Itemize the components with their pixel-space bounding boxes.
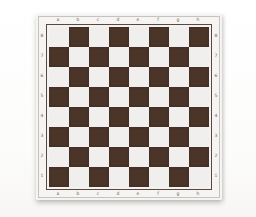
rank-label-3: 3 [213, 126, 219, 146]
square-d7[interactable] [109, 47, 129, 67]
square-g3[interactable] [169, 127, 189, 147]
square-b5[interactable] [69, 87, 89, 107]
file-label-f: f [148, 191, 168, 197]
square-f2[interactable] [149, 147, 169, 167]
square-d5[interactable] [109, 87, 129, 107]
square-d4[interactable] [109, 107, 129, 127]
rank-label-7: 7 [39, 46, 45, 66]
square-a3[interactable] [49, 127, 69, 147]
square-f3[interactable] [149, 127, 169, 147]
file-label-e: e [128, 17, 148, 23]
file-labels-top: abcdefgh [48, 17, 208, 23]
square-b7[interactable] [69, 47, 89, 67]
square-h4[interactable] [189, 107, 209, 127]
square-a8[interactable] [49, 27, 69, 47]
square-b4[interactable] [69, 107, 89, 127]
square-a2[interactable] [49, 147, 69, 167]
square-h2[interactable] [189, 147, 209, 167]
square-e5[interactable] [129, 87, 149, 107]
rank-label-8: 8 [39, 26, 45, 46]
file-label-d: d [108, 17, 128, 23]
square-d3[interactable] [109, 127, 129, 147]
file-label-h: h [188, 191, 208, 197]
file-label-b: b [68, 17, 88, 23]
square-f7[interactable] [149, 47, 169, 67]
rank-label-7: 7 [213, 46, 219, 66]
square-b2[interactable] [69, 147, 89, 167]
rank-label-2: 2 [213, 146, 219, 166]
square-c3[interactable] [89, 127, 109, 147]
file-label-d: d [108, 191, 128, 197]
squares-grid [49, 27, 209, 187]
square-h3[interactable] [189, 127, 209, 147]
square-d6[interactable] [109, 67, 129, 87]
square-e8[interactable] [129, 27, 149, 47]
square-f5[interactable] [149, 87, 169, 107]
file-label-a: a [48, 17, 68, 23]
square-f4[interactable] [149, 107, 169, 127]
square-a1[interactable] [49, 167, 69, 187]
file-label-b: b [68, 191, 88, 197]
rank-label-1: 1 [213, 166, 219, 186]
rank-labels-left: 87654321 [39, 26, 45, 186]
square-f1[interactable] [149, 167, 169, 187]
playing-field-frame [46, 24, 212, 190]
square-g1[interactable] [169, 167, 189, 187]
square-g7[interactable] [169, 47, 189, 67]
square-b6[interactable] [69, 67, 89, 87]
square-c2[interactable] [89, 147, 109, 167]
square-e6[interactable] [129, 67, 149, 87]
rank-label-5: 5 [213, 86, 219, 106]
product-photo: abcdefgh abcdefgh 87654321 87654321 [0, 0, 256, 217]
file-labels-bottom: abcdefgh [48, 191, 208, 197]
file-label-g: g [168, 191, 188, 197]
square-g5[interactable] [169, 87, 189, 107]
rank-label-2: 2 [39, 146, 45, 166]
square-d1[interactable] [109, 167, 129, 187]
square-g8[interactable] [169, 27, 189, 47]
file-label-c: c [88, 191, 108, 197]
square-c1[interactable] [89, 167, 109, 187]
square-c8[interactable] [89, 27, 109, 47]
square-e3[interactable] [129, 127, 149, 147]
rank-label-4: 4 [39, 106, 45, 126]
file-label-g: g [168, 17, 188, 23]
file-label-h: h [188, 17, 208, 23]
square-a4[interactable] [49, 107, 69, 127]
rank-label-1: 1 [39, 166, 45, 186]
rank-label-4: 4 [213, 106, 219, 126]
file-label-f: f [148, 17, 168, 23]
square-g4[interactable] [169, 107, 189, 127]
square-a7[interactable] [49, 47, 69, 67]
square-e4[interactable] [129, 107, 149, 127]
file-label-c: c [88, 17, 108, 23]
square-a6[interactable] [49, 67, 69, 87]
square-c4[interactable] [89, 107, 109, 127]
square-c6[interactable] [89, 67, 109, 87]
square-h6[interactable] [189, 67, 209, 87]
square-c7[interactable] [89, 47, 109, 67]
square-a5[interactable] [49, 87, 69, 107]
square-d8[interactable] [109, 27, 129, 47]
square-e7[interactable] [129, 47, 149, 67]
rank-label-3: 3 [39, 126, 45, 146]
square-h5[interactable] [189, 87, 209, 107]
square-e1[interactable] [129, 167, 149, 187]
square-f8[interactable] [149, 27, 169, 47]
rank-label-5: 5 [39, 86, 45, 106]
square-g6[interactable] [169, 67, 189, 87]
rank-label-8: 8 [213, 26, 219, 46]
rank-labels-right: 87654321 [213, 26, 219, 186]
square-d2[interactable] [109, 147, 129, 167]
square-b8[interactable] [69, 27, 89, 47]
square-b1[interactable] [69, 167, 89, 187]
square-h7[interactable] [189, 47, 209, 67]
file-label-a: a [48, 191, 68, 197]
file-label-e: e [128, 191, 148, 197]
square-b3[interactable] [69, 127, 89, 147]
square-g2[interactable] [169, 147, 189, 167]
square-e2[interactable] [129, 147, 149, 167]
square-f6[interactable] [149, 67, 169, 87]
chess-board: abcdefgh abcdefgh 87654321 87654321 [36, 14, 222, 200]
square-c5[interactable] [89, 87, 109, 107]
square-h1[interactable] [189, 167, 209, 187]
square-h8[interactable] [189, 27, 209, 47]
rank-label-6: 6 [213, 66, 219, 86]
rank-label-6: 6 [39, 66, 45, 86]
